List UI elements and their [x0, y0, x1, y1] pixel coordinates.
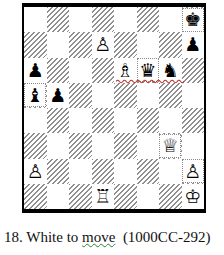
square-h3	[182, 133, 205, 158]
chess-board-frame: ♚♙♟♟♗♛♞♝♟♕♙♙♖♔	[22, 3, 206, 213]
square-c7	[69, 32, 92, 57]
square-h7: ♟	[182, 32, 205, 57]
square-a6: ♟	[24, 58, 47, 83]
square-a3	[24, 133, 47, 158]
square-b2	[47, 159, 70, 184]
square-a7	[24, 32, 47, 57]
white-pawn: ♙	[182, 159, 204, 183]
square-e3	[114, 133, 137, 158]
caption-prefix: 18. White to	[4, 229, 82, 245]
square-h5	[182, 83, 205, 108]
square-h6	[182, 58, 205, 83]
square-f8	[137, 7, 160, 32]
square-e7	[114, 32, 137, 57]
square-g1	[159, 184, 182, 209]
square-f5	[137, 83, 160, 108]
square-d8	[92, 7, 115, 32]
square-g2	[159, 159, 182, 184]
square-f2	[137, 159, 160, 184]
square-g3: ♕	[159, 133, 182, 158]
square-h2: ♙	[182, 159, 205, 184]
square-c5	[69, 83, 92, 108]
diagram-caption: 18. White to move (1000CC-292)	[4, 229, 224, 246]
square-a5: ♝	[24, 83, 47, 108]
square-f3	[137, 133, 160, 158]
square-c2	[69, 159, 92, 184]
square-e5	[114, 83, 137, 108]
square-e2	[114, 159, 137, 184]
square-e1	[114, 184, 137, 209]
square-f6: ♛	[137, 58, 160, 83]
square-b1	[47, 184, 70, 209]
square-a4	[24, 108, 47, 133]
square-d1: ♖	[92, 184, 115, 209]
square-g7	[159, 32, 182, 57]
square-b4	[47, 108, 70, 133]
square-c6	[69, 58, 92, 83]
black-queen: ♛	[137, 58, 159, 82]
square-e6: ♗	[114, 58, 137, 83]
square-d6	[92, 58, 115, 83]
square-c1	[69, 184, 92, 209]
square-f4	[137, 108, 160, 133]
black-knight: ♞	[162, 61, 179, 80]
black-pawn: ♟	[27, 61, 44, 80]
white-pawn: ♙	[94, 35, 111, 54]
black-king: ♚	[182, 8, 204, 32]
square-h1: ♔	[182, 184, 205, 209]
square-e4	[114, 108, 137, 133]
black-pawn: ♟	[49, 86, 66, 105]
square-c8	[69, 7, 92, 32]
square-a2: ♙	[24, 159, 47, 184]
square-d2	[92, 159, 115, 184]
caption-suffix: (1000CC-292)	[115, 229, 210, 245]
chess-diagram-page: ♚♙♟♟♗♛♞♝♟♕♙♙♖♔ 18. White to move (1000CC…	[0, 0, 224, 255]
square-f1	[137, 184, 160, 209]
square-b7	[47, 32, 70, 57]
square-g5	[159, 83, 182, 108]
square-d5	[92, 83, 115, 108]
square-c3	[69, 133, 92, 158]
square-g6: ♞	[159, 58, 182, 83]
square-h8: ♚	[182, 7, 205, 32]
square-d3	[92, 133, 115, 158]
square-d7: ♙	[92, 32, 115, 57]
square-a1	[24, 184, 47, 209]
black-bishop: ♝	[24, 83, 46, 107]
white-king: ♔	[184, 187, 201, 206]
square-b8	[47, 7, 70, 32]
square-h4	[182, 108, 205, 133]
square-b3	[47, 133, 70, 158]
white-bishop: ♗	[117, 61, 134, 80]
square-f7	[137, 32, 160, 57]
square-b6	[47, 58, 70, 83]
square-g4	[159, 108, 182, 133]
white-queen: ♕	[159, 134, 181, 158]
square-b5: ♟	[47, 83, 70, 108]
white-pawn: ♙	[27, 162, 44, 181]
square-e8	[114, 7, 137, 32]
square-d4	[92, 108, 115, 133]
caption-word-move: move	[82, 229, 115, 245]
square-c4	[69, 108, 92, 133]
chess-board: ♚♙♟♟♗♛♞♝♟♕♙♙♖♔	[24, 7, 204, 209]
square-a8	[24, 7, 47, 32]
white-rook: ♖	[94, 187, 111, 206]
square-g8	[159, 7, 182, 32]
black-pawn: ♟	[184, 35, 201, 54]
